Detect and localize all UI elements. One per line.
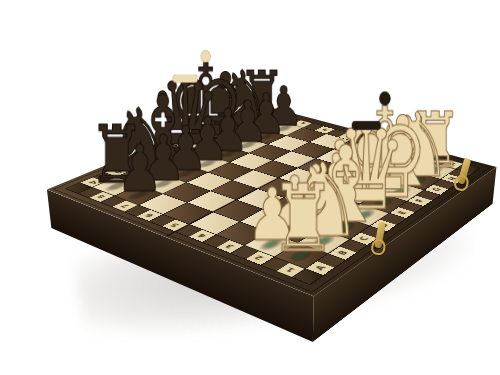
file-label: A	[314, 265, 328, 272]
rank-label: 2	[253, 255, 266, 261]
rank-label: 6	[143, 213, 155, 218]
black-pawn-glyph: ♟	[117, 137, 163, 202]
rank-label: 7	[119, 203, 131, 208]
clasp-loop	[370, 238, 387, 256]
rank-label: 4	[196, 233, 208, 239]
rank-label: 8	[96, 194, 108, 199]
rank-label: 3	[224, 243, 236, 249]
file-label: B	[336, 250, 349, 256]
scene: ABCDEFGH8♜♞♝♛♚♝♞♜87♟♟♟♟♟♟♟♟7665544332♟♟♟…	[0, 0, 500, 375]
rank-label: 1	[284, 266, 297, 273]
product-photo: ABCDEFGH8♜♞♝♛♚♝♞♜87♟♟♟♟♟♟♟♟7665544332♟♟♟…	[0, 0, 500, 375]
chess-board: ABCDEFGH8♜♞♝♛♚♝♞♜87♟♟♟♟♟♟♟♟7665544332♟♟♟…	[47, 104, 497, 297]
white-rook-glyph: ♜	[269, 172, 336, 265]
